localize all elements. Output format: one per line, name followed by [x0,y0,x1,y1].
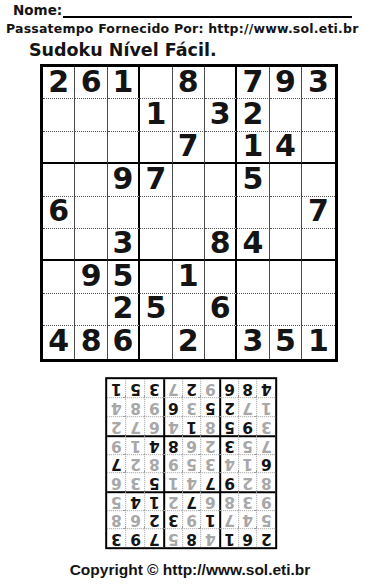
solution-cell-r3c6: 2 [163,491,182,510]
solution-cell-r8c3: 2 [219,398,238,417]
solution-cell-r9c6: 7 [163,379,182,398]
puzzle-cell-r3c6 [205,132,237,164]
page-title: Sudoku Nível Fácil. [29,40,217,60]
puzzle-cell-r5c8 [270,197,302,229]
solution-cell-r7c2: 9 [238,416,257,435]
puzzle-cell-r3c2 [75,132,107,164]
sudoku-worksheet: Nome: Passatempo Fornecido Por: http://w… [0,0,380,585]
solution-cell-r5c3: 4 [219,454,238,473]
solution-cell-r1c3: 1 [219,529,238,548]
solution-cell-r9c2: 8 [238,379,257,398]
puzzle-cell-r1c4 [140,67,172,99]
puzzle-cell-r3c7: 1 [237,132,269,164]
puzzle-cell-r5c3 [108,197,140,229]
name-row: Nome: [13,2,352,18]
puzzle-cell-r3c1 [43,132,75,164]
solution-cell-r9c3: 6 [219,379,238,398]
name-label: Nome: [13,2,62,18]
puzzle-cell-r2c7: 2 [237,99,269,131]
puzzle-cell-r6c5 [173,229,205,261]
puzzle-cell-r1c3: 1 [108,67,140,99]
puzzle-cell-r5c4 [140,197,172,229]
puzzle-cell-r2c1 [43,99,75,131]
solution-cell-r7c3: 5 [219,416,238,435]
solution-cell-r3c7: 1 [144,491,163,510]
puzzle-cell-r7c8 [270,261,302,293]
puzzle-cell-r7c4 [140,261,172,293]
puzzle-cell-r9c5: 2 [173,326,205,358]
solution-cell-r4c7: 5 [144,472,163,491]
puzzle-cell-r1c5: 8 [173,67,205,99]
puzzle-cell-r5c2 [75,197,107,229]
solution-cell-r3c8: 4 [126,491,145,510]
puzzle-cell-r8c2 [75,294,107,326]
puzzle-cell-r1c8: 9 [270,67,302,99]
solution-cell-r6c9: 9 [107,435,126,454]
solution-cell-r1c4: 4 [200,529,219,548]
puzzle-cell-r6c4 [140,229,172,261]
solution-cell-r8c9: 4 [107,398,126,417]
name-blank-line [63,3,352,18]
solution-cell-r5c1: 6 [257,454,276,473]
puzzle-cell-r7c7 [237,261,269,293]
puzzle-cell-r2c8 [270,99,302,131]
solution-cell-r6c5: 6 [182,435,201,454]
puzzle-cell-r4c8 [270,164,302,196]
puzzle-cell-r2c2 [75,99,107,131]
puzzle-cell-r8c8 [270,294,302,326]
solution-cell-r4c6: 1 [163,472,182,491]
solution-cell-r5c4: 3 [200,454,219,473]
puzzle-cell-r1c7: 7 [237,67,269,99]
puzzle-cell-r9c9: 1 [302,326,334,358]
solution-cell-r4c2: 2 [238,472,257,491]
solution-cell-r8c8: 8 [126,398,145,417]
puzzle-cell-r9c6 [205,326,237,358]
puzzle-cell-r8c3: 2 [108,294,140,326]
solution-cell-r8c7: 9 [144,398,163,417]
solution-cell-r8c6: 6 [163,398,182,417]
solution-cell-r6c2: 5 [238,435,257,454]
solution-cell-r7c5: 1 [182,416,201,435]
solution-cell-r1c5: 8 [182,529,201,548]
solution-cell-r9c7: 3 [144,379,163,398]
solution-cell-r5c6: 9 [163,454,182,473]
puzzle-cell-r3c8: 4 [270,132,302,164]
puzzle-cell-r5c5 [173,197,205,229]
solution-cell-r6c7: 4 [144,435,163,454]
solution-cell-r8c5: 3 [182,398,201,417]
puzzle-cell-r6c1 [43,229,75,261]
solution-cell-r9c5: 2 [182,379,201,398]
solution-cell-r1c8: 9 [126,529,145,548]
solution-cell-r9c4: 9 [200,379,219,398]
puzzle-cell-r8c9 [302,294,334,326]
solution-cell-r6c4: 2 [200,435,219,454]
solution-cell-r7c6: 4 [163,416,182,435]
puzzle-cell-r4c6 [205,164,237,196]
puzzle-cell-r4c1 [43,164,75,196]
puzzle-cell-r9c3: 6 [108,326,140,358]
puzzle-cell-r1c2: 6 [75,67,107,99]
solution-cell-r2c1: 5 [257,510,276,529]
puzzle-cell-r3c9 [302,132,334,164]
solution-cell-r1c9: 3 [107,529,126,548]
solution-cell-r5c2: 1 [238,454,257,473]
copyright-line: Copyright © http://www.sol.eti.br [0,561,380,579]
puzzle-cell-r1c9: 3 [302,67,334,99]
solution-cell-r2c6: 3 [163,510,182,529]
puzzle-cell-r4c5 [173,164,205,196]
solution-cell-r1c2: 6 [238,529,257,548]
puzzle-cell-r8c6: 6 [205,294,237,326]
puzzle-cell-r2c5 [173,99,205,131]
solution-cell-r7c7: 6 [144,416,163,435]
solution-cell-r8c2: 7 [238,398,257,417]
puzzle-cell-r4c7: 5 [237,164,269,196]
solution-cell-r8c1: 1 [257,398,276,417]
solution-cell-r7c9: 2 [107,416,126,435]
solution-cell-r3c4: 6 [200,491,219,510]
solution-cell-r3c1: 9 [257,491,276,510]
puzzle-cell-r6c2 [75,229,107,261]
puzzle-cell-r7c9 [302,261,334,293]
solution-cell-r2c2: 4 [238,510,257,529]
solution-cell-r4c8: 3 [126,472,145,491]
puzzle-cell-r3c5: 7 [173,132,205,164]
puzzle-cell-r5c7 [237,197,269,229]
puzzle-cell-r7c3: 5 [108,261,140,293]
puzzle-cell-r5c6 [205,197,237,229]
puzzle-cell-r6c3: 3 [108,229,140,261]
puzzle-cell-r6c6: 8 [205,229,237,261]
puzzle-cell-r9c8: 5 [270,326,302,358]
solution-cell-r6c6: 8 [163,435,182,454]
solution-cell-r6c8: 1 [126,435,145,454]
puzzle-cell-r7c5: 1 [173,261,205,293]
solution-cell-r7c1: 3 [257,416,276,435]
solution-cell-r7c4: 8 [200,416,219,435]
puzzle-cell-r9c1: 4 [43,326,75,358]
puzzle-cell-r6c9 [302,229,334,261]
solution-cell-r2c3: 7 [219,510,238,529]
solution-cell-r2c8: 6 [126,510,145,529]
solution-cell-r9c1: 4 [257,379,276,398]
puzzle-cell-r1c1: 2 [43,67,75,99]
solution-cell-r2c9: 8 [107,510,126,529]
puzzle-cell-r3c3 [108,132,140,164]
solution-cell-r1c1: 2 [257,529,276,548]
solution-cell-r1c7: 7 [144,529,163,548]
solution-cell-r4c4: 7 [200,472,219,491]
puzzle-cell-r8c4: 5 [140,294,172,326]
solution-cell-r5c9: 7 [107,454,126,473]
solution-cell-r1c6: 5 [163,529,182,548]
puzzle-cell-r7c2: 9 [75,261,107,293]
puzzle-cell-r5c9: 7 [302,197,334,229]
solution-cell-r3c2: 3 [238,491,257,510]
solution-cell-r9c8: 5 [126,379,145,398]
puzzle-cell-r2c3 [108,99,140,131]
sudoku-solution-grid-rotated-180: 2614857935471932689386721458297415366143… [105,377,277,549]
sudoku-puzzle-grid: 2618793132714975673849512564862351 [40,64,338,362]
puzzle-cell-r4c2 [75,164,107,196]
solution-cell-r4c9: 6 [107,472,126,491]
solution-cell-r6c3: 3 [219,435,238,454]
puzzle-cell-r9c2: 8 [75,326,107,358]
puzzle-cell-r8c1 [43,294,75,326]
puzzle-cell-r4c3: 9 [108,164,140,196]
puzzle-cell-r7c1 [43,261,75,293]
solution-cell-r3c9: 5 [107,491,126,510]
solution-cell-r5c5: 5 [182,454,201,473]
solution-cell-r5c7: 8 [144,454,163,473]
puzzle-cell-r9c7: 3 [237,326,269,358]
puzzle-cell-r2c6: 3 [205,99,237,131]
provider-line: Passatempo Fornecido Por: http://www.sol… [6,21,359,36]
puzzle-cell-r2c4: 1 [140,99,172,131]
solution-cell-r3c3: 8 [219,491,238,510]
solution-cell-r6c1: 7 [257,435,276,454]
solution-cell-r3c5: 7 [182,491,201,510]
solution-cell-r4c3: 9 [219,472,238,491]
solution-cell-r2c7: 2 [144,510,163,529]
solution-cell-r8c4: 5 [200,398,219,417]
puzzle-cell-r8c5 [173,294,205,326]
solution-cell-r2c5: 9 [182,510,201,529]
puzzle-cell-r8c7 [237,294,269,326]
solution-cell-r2c4: 1 [200,510,219,529]
puzzle-cell-r5c1: 6 [43,197,75,229]
puzzle-cell-r6c7: 4 [237,229,269,261]
solution-cell-r7c8: 7 [126,416,145,435]
puzzle-cell-r9c4 [140,326,172,358]
puzzle-cell-r7c6 [205,261,237,293]
solution-cell-r9c9: 1 [107,379,126,398]
puzzle-cell-r6c8 [270,229,302,261]
puzzle-cell-r2c9 [302,99,334,131]
puzzle-cell-r1c6 [205,67,237,99]
puzzle-cell-r4c9 [302,164,334,196]
solution-cell-r5c8: 2 [126,454,145,473]
solution-cell-r4c5: 4 [182,472,201,491]
puzzle-cell-r3c4 [140,132,172,164]
puzzle-cell-r4c4: 7 [140,164,172,196]
solution-cell-r4c1: 8 [257,472,276,491]
